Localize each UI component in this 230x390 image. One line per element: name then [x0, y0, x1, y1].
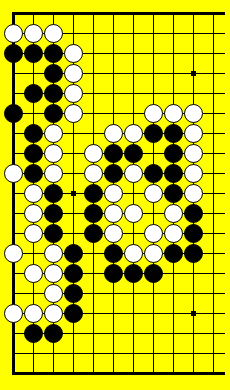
stone-black: [44, 184, 63, 203]
go-board[interactable]: [0, 0, 230, 390]
stone-black: [124, 264, 143, 283]
stone-white: [24, 304, 43, 323]
stone-white: [144, 184, 163, 203]
stone-white: [24, 24, 43, 43]
stone-black: [24, 144, 43, 163]
stone-white: [184, 164, 203, 183]
stone-black: [44, 224, 63, 243]
stone-black: [144, 164, 163, 183]
stone-black: [104, 264, 123, 283]
stone-white: [164, 204, 183, 223]
stone-black: [24, 44, 43, 63]
stone-white: [4, 244, 23, 263]
stone-black: [164, 184, 183, 203]
stone-black: [84, 204, 103, 223]
stone-white: [124, 204, 143, 223]
stone-white: [4, 164, 23, 183]
stone-black: [4, 44, 23, 63]
stone-white: [44, 24, 63, 43]
grid-vline: [133, 13, 134, 374]
stone-black: [144, 264, 163, 283]
stone-black: [44, 64, 63, 83]
stone-black: [44, 204, 63, 223]
stone-white: [164, 104, 183, 123]
stone-white: [4, 304, 23, 323]
stone-white: [184, 144, 203, 163]
stone-white: [44, 304, 63, 323]
stone-white: [84, 164, 103, 183]
stone-black: [124, 144, 143, 163]
stone-black: [104, 244, 123, 263]
stone-black: [64, 304, 83, 323]
stone-white: [104, 224, 123, 243]
stone-white: [44, 124, 63, 143]
stone-white: [44, 144, 63, 163]
stone-white: [144, 104, 163, 123]
stone-black: [184, 244, 203, 263]
stone-white: [44, 264, 63, 283]
stone-white: [24, 204, 43, 223]
stone-white: [64, 84, 83, 103]
stone-white: [164, 224, 183, 243]
star-point: [71, 191, 76, 196]
stone-black: [104, 144, 123, 163]
stone-black: [24, 84, 43, 103]
stone-black: [44, 44, 63, 63]
stone-white: [44, 244, 63, 263]
stone-black: [24, 164, 43, 183]
stone-white: [84, 144, 103, 163]
stone-black: [164, 124, 183, 143]
stone-white: [64, 64, 83, 83]
stone-black: [4, 104, 23, 123]
star-point: [191, 311, 196, 316]
stone-white: [144, 224, 163, 243]
stone-black: [24, 324, 43, 343]
stone-white: [44, 284, 63, 303]
stone-white: [24, 224, 43, 243]
stone-white: [184, 184, 203, 203]
stone-white: [24, 184, 43, 203]
stone-white: [124, 124, 143, 143]
stone-black: [84, 224, 103, 243]
stone-black: [44, 324, 63, 343]
stone-white: [64, 104, 83, 123]
screen: [0, 0, 230, 390]
stone-white: [184, 104, 203, 123]
stone-white: [184, 124, 203, 143]
stone-black: [164, 244, 183, 263]
stone-white: [24, 264, 43, 283]
stone-black: [184, 204, 203, 223]
stone-white: [124, 164, 143, 183]
stone-black: [64, 264, 83, 283]
grid-vline: [213, 13, 214, 374]
stone-white: [104, 184, 123, 203]
stone-black: [64, 284, 83, 303]
stone-black: [104, 164, 123, 183]
stone-white: [44, 164, 63, 183]
stone-black: [44, 84, 63, 103]
stone-black: [44, 104, 63, 123]
stone-white: [144, 244, 163, 263]
stone-black: [84, 184, 103, 203]
stone-white: [124, 244, 143, 263]
stone-black: [144, 124, 163, 143]
star-point: [191, 71, 196, 76]
stone-white: [104, 204, 123, 223]
stone-white: [4, 24, 23, 43]
stone-black: [184, 224, 203, 243]
stone-black: [164, 144, 183, 163]
stone-white: [64, 44, 83, 63]
stone-black: [64, 244, 83, 263]
stone-white: [104, 124, 123, 143]
stone-black: [24, 124, 43, 143]
stone-black: [164, 164, 183, 183]
